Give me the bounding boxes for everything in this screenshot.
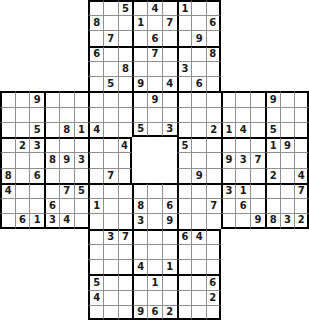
cell-r14c12[interactable]: 6 (162, 198, 177, 213)
cell-r18c13[interactable] (177, 259, 192, 274)
cell-r15c13[interactable] (177, 213, 192, 228)
cell-r14c15[interactable]: 7 (206, 198, 221, 213)
cell-r8c6[interactable] (74, 107, 89, 122)
cell-r3c14[interactable]: 9 (191, 30, 206, 45)
cell-r9c1[interactable] (0, 122, 15, 137)
cell-r12c1[interactable]: 8 (0, 168, 15, 183)
cell-r7c11[interactable]: 9 (147, 91, 162, 106)
cell-r8c7[interactable] (88, 107, 103, 122)
cell-r7c21[interactable] (294, 91, 309, 106)
cell-r8c18[interactable] (250, 107, 265, 122)
cell-r10c14[interactable] (191, 137, 206, 152)
cell-r10c17[interactable] (235, 137, 250, 152)
cell-r2c11[interactable] (147, 15, 162, 30)
cell-r10c18[interactable] (250, 137, 265, 152)
cell-r12c13[interactable] (177, 168, 192, 183)
cell-r11c4[interactable]: 8 (44, 152, 59, 167)
cell-r5c9[interactable]: 8 (118, 61, 133, 76)
cell-r7c15[interactable] (206, 91, 221, 106)
cell-r15c19[interactable]: 8 (265, 213, 280, 228)
cell-r8c12[interactable] (162, 107, 177, 122)
cell-r5c15[interactable] (206, 61, 221, 76)
cell-r18c9[interactable] (118, 259, 133, 274)
cell-r12c14[interactable]: 9 (191, 168, 206, 183)
cell-r6c7[interactable] (88, 76, 103, 91)
cell-r9c15[interactable]: 2 (206, 122, 221, 137)
cell-r13c2[interactable] (15, 183, 30, 198)
cell-r6c13[interactable] (177, 76, 192, 91)
cell-r14c18[interactable] (250, 198, 265, 213)
outside-area (250, 61, 265, 76)
cell-r7c14[interactable] (191, 91, 206, 106)
cell-r10c19[interactable]: 1 (265, 137, 280, 152)
cell-r13c16[interactable]: 3 (221, 183, 236, 198)
cell-r15c9[interactable] (118, 213, 133, 228)
cell-r11c14[interactable] (191, 152, 206, 167)
cell-r19c13[interactable] (177, 274, 192, 289)
cell-r9c9[interactable] (118, 122, 133, 137)
cell-r15c5[interactable]: 4 (59, 213, 74, 228)
cell-r19c8[interactable] (103, 274, 118, 289)
cell-r10c21[interactable] (294, 137, 309, 152)
cell-r9c11[interactable] (147, 122, 162, 137)
cell-r20c14[interactable] (191, 290, 206, 305)
cell-r11c13[interactable] (177, 152, 192, 167)
cell-r13c13[interactable] (177, 183, 192, 198)
cell-r12c8[interactable]: 7 (103, 168, 118, 183)
cell-r21c14[interactable] (191, 305, 206, 320)
cell-r15c3[interactable]: 1 (29, 213, 44, 228)
cell-r9c7[interactable]: 4 (88, 122, 103, 137)
cell-r10c1[interactable] (0, 137, 15, 152)
cell-r13c7[interactable] (88, 183, 103, 198)
cell-r11c1[interactable] (0, 152, 15, 167)
cell-r16c8[interactable]: 3 (103, 229, 118, 244)
cell-r11c18[interactable]: 7 (250, 152, 265, 167)
cell-r15c14[interactable] (191, 213, 206, 228)
cell-r17c8[interactable] (103, 244, 118, 259)
cell-r11c21[interactable] (294, 152, 309, 167)
outside-area (221, 30, 236, 45)
cell-r21c13[interactable] (177, 305, 192, 320)
cell-r9c8[interactable] (103, 122, 118, 137)
cell-r7c20[interactable] (280, 91, 295, 106)
outside-area (15, 305, 30, 320)
cell-r10c4[interactable] (44, 137, 59, 152)
cell-r11c2[interactable] (15, 152, 30, 167)
outside-area (0, 229, 15, 244)
cell-r5c7[interactable] (88, 61, 103, 76)
cell-r20c12[interactable] (162, 290, 177, 305)
cell-r14c7[interactable]: 1 (88, 198, 103, 213)
cell-r8c4[interactable] (44, 107, 59, 122)
cell-r20c8[interactable] (103, 290, 118, 305)
cell-r6c10[interactable]: 9 (132, 76, 147, 91)
cell-r3c11[interactable]: 6 (147, 30, 162, 45)
cell-r6c14[interactable]: 6 (191, 76, 206, 91)
cell-r1c7[interactable] (88, 0, 103, 15)
cell-r18c15[interactable] (206, 259, 221, 274)
cell-r11c17[interactable]: 3 (235, 152, 250, 167)
cell-r16c7[interactable] (88, 229, 103, 244)
cell-r21c15[interactable] (206, 305, 221, 320)
cell-r6c8[interactable]: 5 (103, 76, 118, 91)
cell-r7c17[interactable] (235, 91, 250, 106)
cell-r4c13[interactable] (177, 46, 192, 61)
cell-r15c7[interactable] (88, 213, 103, 228)
cell-r5c11[interactable] (147, 61, 162, 76)
cell-r2c9[interactable] (118, 15, 133, 30)
cell-r3c9[interactable] (118, 30, 133, 45)
cell-r14c3[interactable] (29, 198, 44, 213)
cell-r20c10[interactable] (132, 290, 147, 305)
cell-r15c16[interactable] (221, 213, 236, 228)
cell-r11c9[interactable] (118, 152, 133, 167)
cell-r7c5[interactable] (59, 91, 74, 106)
cell-r18c12[interactable]: 1 (162, 259, 177, 274)
cell-r9c16[interactable]: 1 (221, 122, 236, 137)
cell-r6c15[interactable] (206, 76, 221, 91)
cell-r11c5[interactable]: 9 (59, 152, 74, 167)
cell-r15c4[interactable]: 3 (44, 213, 59, 228)
cell-r12c15[interactable] (206, 168, 221, 183)
cell-r9c5[interactable]: 8 (59, 122, 74, 137)
cell-r13c11[interactable] (147, 183, 162, 198)
cell-r17c10[interactable] (132, 244, 147, 259)
outside-area (29, 76, 44, 91)
cell-r10c3[interactable]: 3 (29, 137, 44, 152)
cell-r19c10[interactable] (132, 274, 147, 289)
cell-r17c15[interactable] (206, 244, 221, 259)
cell-r12c4[interactable] (44, 168, 59, 183)
cell-r20c15[interactable]: 2 (206, 290, 221, 305)
outside-area (15, 0, 30, 15)
cell-r3c15[interactable] (206, 30, 221, 45)
cell-r13c18[interactable] (250, 183, 265, 198)
cell-r12c21[interactable]: 4 (294, 168, 309, 183)
cell-r4c11[interactable]: 7 (147, 46, 162, 61)
cell-r19c11[interactable]: 1 (147, 274, 162, 289)
cell-r2c13[interactable] (177, 15, 192, 30)
cell-r13c17[interactable]: 1 (235, 183, 250, 198)
cell-r12c3[interactable]: 6 (29, 168, 44, 183)
cell-r15c12[interactable]: 9 (162, 213, 177, 228)
cell-r15c21[interactable]: 2 (294, 213, 309, 228)
cell-r16c9[interactable]: 7 (118, 229, 133, 244)
cell-r21c9[interactable] (118, 305, 133, 320)
cell-r9c17[interactable]: 4 (235, 122, 250, 137)
cell-r17c7[interactable] (88, 244, 103, 259)
cell-r7c10[interactable] (132, 91, 147, 106)
cell-r7c19[interactable]: 9 (265, 91, 280, 106)
cell-r14c19[interactable] (265, 198, 280, 213)
cell-r14c21[interactable] (294, 198, 309, 213)
cell-r8c10[interactable] (132, 107, 147, 122)
cell-r7c6[interactable] (74, 91, 89, 106)
cell-r21c11[interactable]: 6 (147, 305, 162, 320)
cell-r10c5[interactable] (59, 137, 74, 152)
cell-r18c11[interactable] (147, 259, 162, 274)
cell-r12c9[interactable] (118, 168, 133, 183)
cell-r4c10[interactable] (132, 46, 147, 61)
cell-r17c9[interactable] (118, 244, 133, 259)
cell-r6c11[interactable] (147, 76, 162, 91)
cell-r9c4[interactable] (44, 122, 59, 137)
cell-r7c16[interactable] (221, 91, 236, 106)
outside-area (221, 61, 236, 76)
cell-r8c5[interactable] (59, 107, 74, 122)
cell-r9c6[interactable]: 1 (74, 122, 89, 137)
cell-r17c11[interactable] (147, 244, 162, 259)
cell-r12c16[interactable] (221, 168, 236, 183)
cell-r15c17[interactable] (235, 213, 250, 228)
cell-r7c9[interactable] (118, 91, 133, 106)
cell-r4c7[interactable]: 6 (88, 46, 103, 61)
cell-r14c13[interactable] (177, 198, 192, 213)
cell-r5c10[interactable] (132, 61, 147, 76)
cell-r9c12[interactable]: 3 (162, 122, 177, 137)
cell-r9c18[interactable] (250, 122, 265, 137)
cell-r1c9[interactable]: 5 (118, 0, 133, 15)
cell-r1c13[interactable]: 1 (177, 0, 192, 15)
cell-r15c6[interactable] (74, 213, 89, 228)
cell-r3c13[interactable] (177, 30, 192, 45)
cell-r3c12[interactable] (162, 30, 177, 45)
cell-r20c7[interactable]: 4 (88, 290, 103, 305)
cell-r12c2[interactable] (15, 168, 30, 183)
cell-r5c12[interactable] (162, 61, 177, 76)
cell-r9c20[interactable] (280, 122, 295, 137)
cell-r13c21[interactable]: 7 (294, 183, 309, 198)
cell-r11c8[interactable] (103, 152, 118, 167)
cell-r14c5[interactable] (59, 198, 74, 213)
cell-r8c15[interactable] (206, 107, 221, 122)
cell-r13c15[interactable] (206, 183, 221, 198)
cell-r14c10[interactable]: 8 (132, 198, 147, 213)
cell-r1c8[interactable] (103, 0, 118, 15)
cell-r12c5[interactable] (59, 168, 74, 183)
cell-r14c20[interactable] (280, 198, 295, 213)
cell-r7c1[interactable] (0, 91, 15, 106)
cell-r21c10[interactable]: 9 (132, 305, 147, 320)
cell-r20c11[interactable] (147, 290, 162, 305)
cell-r3c8[interactable]: 7 (103, 30, 118, 45)
cell-r19c15[interactable]: 6 (206, 274, 221, 289)
cell-r9c3[interactable]: 5 (29, 122, 44, 137)
cell-r15c10[interactable]: 3 (132, 213, 147, 228)
cell-r10c2[interactable]: 2 (15, 137, 30, 152)
cell-r9c10[interactable]: 5 (132, 122, 147, 137)
cell-r7c3[interactable]: 9 (29, 91, 44, 106)
cell-r16c13[interactable]: 6 (177, 229, 192, 244)
cell-r15c11[interactable] (147, 213, 162, 228)
cell-r8c2[interactable] (15, 107, 30, 122)
cell-r7c8[interactable] (103, 91, 118, 106)
cell-r18c10[interactable]: 4 (132, 259, 147, 274)
cell-r16c10[interactable] (132, 229, 147, 244)
cell-r13c5[interactable]: 7 (59, 183, 74, 198)
cell-r10c16[interactable] (221, 137, 236, 152)
cell-r11c7[interactable] (88, 152, 103, 167)
cell-r1c11[interactable]: 4 (147, 0, 162, 15)
cell-r14c14[interactable] (191, 198, 206, 213)
cell-r12c6[interactable] (74, 168, 89, 183)
cell-r17c13[interactable] (177, 244, 192, 259)
cell-r10c9[interactable]: 4 (118, 137, 133, 152)
cell-r15c8[interactable] (103, 213, 118, 228)
cell-r8c11[interactable] (147, 107, 162, 122)
cell-r11c19[interactable] (265, 152, 280, 167)
cell-r14c16[interactable] (221, 198, 236, 213)
cell-r12c18[interactable] (250, 168, 265, 183)
cell-r1c14[interactable] (191, 0, 206, 15)
cell-r13c6[interactable]: 5 (74, 183, 89, 198)
cell-r9c14[interactable] (191, 122, 206, 137)
cell-r16c12[interactable] (162, 229, 177, 244)
cell-r11c16[interactable]: 9 (221, 152, 236, 167)
cell-r14c4[interactable]: 6 (44, 198, 59, 213)
cell-r9c13[interactable] (177, 122, 192, 137)
cell-r13c3[interactable] (29, 183, 44, 198)
cell-r16c15[interactable] (206, 229, 221, 244)
cell-r13c1[interactable]: 4 (0, 183, 15, 198)
cell-r13c8[interactable] (103, 183, 118, 198)
cell-r7c4[interactable] (44, 91, 59, 106)
cell-r21c8[interactable] (103, 305, 118, 320)
cell-r5c14[interactable] (191, 61, 206, 76)
cell-r9c19[interactable]: 5 (265, 122, 280, 137)
outside-area (44, 290, 59, 305)
cell-r13c12[interactable] (162, 183, 177, 198)
cell-r1c15[interactable] (206, 0, 221, 15)
cell-r7c13[interactable] (177, 91, 192, 106)
cell-r8c17[interactable] (235, 107, 250, 122)
cell-r4c12[interactable] (162, 46, 177, 61)
cell-r8c1[interactable] (0, 107, 15, 122)
cell-r10c6[interactable] (74, 137, 89, 152)
cell-r7c12[interactable] (162, 91, 177, 106)
cell-r7c2[interactable] (15, 91, 30, 106)
cell-r12c17[interactable] (235, 168, 250, 183)
outside-area (44, 305, 59, 320)
cell-r18c7[interactable] (88, 259, 103, 274)
cell-r1c10[interactable] (132, 0, 147, 15)
cell-r2c15[interactable]: 6 (206, 15, 221, 30)
cell-r2c8[interactable] (103, 15, 118, 30)
cell-r8c19[interactable] (265, 107, 280, 122)
cell-r12c19[interactable]: 2 (265, 168, 280, 183)
cell-r14c1[interactable] (0, 198, 15, 213)
cell-r17c14[interactable] (191, 244, 206, 259)
cell-r15c2[interactable]: 6 (15, 213, 30, 228)
cell-r5c8[interactable] (103, 61, 118, 76)
cell-r8c13[interactable] (177, 107, 192, 122)
cell-r2c14[interactable] (191, 15, 206, 30)
cell-r13c9[interactable] (118, 183, 133, 198)
cell-r20c13[interactable] (177, 290, 192, 305)
cell-r14c17[interactable]: 6 (235, 198, 250, 213)
cell-r8c9[interactable] (118, 107, 133, 122)
cell-r2c10[interactable]: 1 (132, 15, 147, 30)
cell-r4c15[interactable]: 8 (206, 46, 221, 61)
cell-r19c9[interactable] (118, 274, 133, 289)
cell-r12c7[interactable] (88, 168, 103, 183)
cell-r6c9[interactable] (118, 76, 133, 91)
cell-r2c12[interactable]: 7 (162, 15, 177, 30)
cell-r14c9[interactable] (118, 198, 133, 213)
cell-r11c3[interactable] (29, 152, 44, 167)
cell-r1c12[interactable] (162, 0, 177, 15)
cell-r15c15[interactable] (206, 213, 221, 228)
cell-r10c13[interactable]: 5 (177, 137, 192, 152)
cell-r4c8[interactable] (103, 46, 118, 61)
cell-r9c2[interactable] (15, 122, 30, 137)
cell-r10c8[interactable] (103, 137, 118, 152)
cell-r13c19[interactable] (265, 183, 280, 198)
cell-r20c9[interactable] (118, 290, 133, 305)
cell-r13c10[interactable] (132, 183, 147, 198)
cell-r16c11[interactable] (147, 229, 162, 244)
cell-r10c7[interactable] (88, 137, 103, 152)
cell-r3c10[interactable] (132, 30, 147, 45)
cell-r10c20[interactable]: 9 (280, 137, 295, 152)
cell-r17c12[interactable] (162, 244, 177, 259)
cell-r11c6[interactable]: 3 (74, 152, 89, 167)
cell-r12c20[interactable] (280, 168, 295, 183)
cell-r18c8[interactable] (103, 259, 118, 274)
cell-r14c2[interactable] (15, 198, 30, 213)
cell-r19c12[interactable] (162, 274, 177, 289)
cell-r15c18[interactable]: 9 (250, 213, 265, 228)
outside-area (235, 61, 250, 76)
cell-r6c12[interactable]: 4 (162, 76, 177, 91)
cell-r7c7[interactable] (88, 91, 103, 106)
cell-r19c14[interactable] (191, 274, 206, 289)
cell-r8c8[interactable] (103, 107, 118, 122)
cell-r16c14[interactable]: 4 (191, 229, 206, 244)
cell-r11c20[interactable] (280, 152, 295, 167)
cell-r18c14[interactable] (191, 259, 206, 274)
cell-r5c13[interactable]: 3 (177, 61, 192, 76)
cell-r8c20[interactable] (280, 107, 295, 122)
cell-r3c7[interactable] (88, 30, 103, 45)
cell-r4c14[interactable] (191, 46, 206, 61)
cell-r2c7[interactable]: 8 (88, 15, 103, 30)
cell-r4c9[interactable] (118, 46, 133, 61)
cell-r21c12[interactable]: 2 (162, 305, 177, 320)
cell-r8c3[interactable] (29, 107, 44, 122)
cell-r13c20[interactable] (280, 183, 295, 198)
cell-r11c15[interactable] (206, 152, 221, 167)
cell-r8c14[interactable] (191, 107, 206, 122)
cell-r8c21[interactable] (294, 107, 309, 122)
cell-r15c1[interactable] (0, 213, 15, 228)
cell-r13c4[interactable] (44, 183, 59, 198)
cell-r7c18[interactable] (250, 91, 265, 106)
outside-area (0, 15, 15, 30)
cell-r14c6[interactable] (74, 198, 89, 213)
cell-r13c14[interactable] (191, 183, 206, 198)
cell-r14c8[interactable] (103, 198, 118, 213)
cell-r10c15[interactable] (206, 137, 221, 152)
outside-area (74, 61, 89, 76)
cell-r14c11[interactable] (147, 198, 162, 213)
cell-r19c7[interactable]: 5 (88, 274, 103, 289)
cell-r21c7[interactable] (88, 305, 103, 320)
cell-r8c16[interactable] (221, 107, 236, 122)
cell-r9c21[interactable] (294, 122, 309, 137)
cell-r15c20[interactable]: 3 (280, 213, 295, 228)
